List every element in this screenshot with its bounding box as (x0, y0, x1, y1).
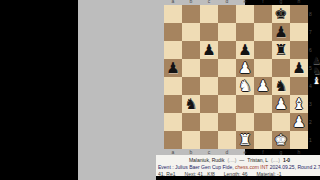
square-h3[interactable]: ♝ (290, 95, 308, 113)
square-b5[interactable] (182, 59, 200, 77)
square-a3[interactable] (164, 95, 182, 113)
square-c2[interactable] (200, 113, 218, 131)
file-label-a: a (164, 0, 182, 4)
white-player-detail: (....) (227, 157, 236, 163)
square-d8[interactable] (218, 5, 236, 23)
square-g7[interactable]: ♟ (272, 23, 290, 41)
square-f7[interactable] (254, 23, 272, 41)
black-pawn-g7[interactable]: ♟ (272, 23, 290, 41)
square-d6[interactable] (218, 41, 236, 59)
black-pawn-e6[interactable]: ♟ (236, 41, 254, 59)
square-a5[interactable]: ♟ (164, 59, 182, 77)
square-d5[interactable] (218, 59, 236, 77)
square-h4[interactable] (290, 77, 308, 95)
square-e8[interactable] (236, 5, 254, 23)
square-g5[interactable] (272, 59, 290, 77)
vs-separator: — (239, 157, 244, 163)
white-pawn-f4[interactable]: ♟ (254, 77, 272, 95)
event-site: chess.com INT (235, 164, 268, 170)
file-label-c: c (200, 0, 218, 4)
square-e2[interactable] (236, 113, 254, 131)
square-a1[interactable] (164, 131, 182, 149)
square-d2[interactable] (218, 113, 236, 131)
square-d4[interactable] (218, 77, 236, 95)
rank-label-2: 2 (309, 113, 317, 131)
black-pawn-c6[interactable]: ♟ (200, 41, 218, 59)
square-e4[interactable]: ♞ (236, 77, 254, 95)
square-b8[interactable] (182, 5, 200, 23)
square-g8[interactable]: ♚ (272, 5, 290, 23)
black-rook-g6[interactable]: ♜ (272, 41, 290, 59)
square-f1[interactable] (254, 131, 272, 149)
square-g3[interactable]: ♟ (272, 95, 290, 113)
file-label-h: h (290, 0, 308, 4)
game-caption: Malaniuk, Rudik (....) — Tristan, L (...… (156, 155, 320, 176)
square-g1[interactable]: ♚ (272, 131, 290, 149)
white-pawn-e5[interactable]: ♟ (236, 59, 254, 77)
square-a4[interactable] (164, 77, 182, 95)
game-result: 1-0 (283, 157, 290, 163)
square-e7[interactable] (236, 23, 254, 41)
rank-label-8: 8 (309, 5, 317, 23)
square-h8[interactable] (290, 5, 308, 23)
square-h7[interactable] (290, 23, 308, 41)
event-name: Event : Julius Baer Gen Cup Fide, (158, 164, 234, 170)
square-f4[interactable]: ♟ (254, 77, 272, 95)
event-date-round: 2024.09.25, Round 2.7 (270, 164, 320, 170)
square-a8[interactable] (164, 5, 182, 23)
square-d7[interactable] (218, 23, 236, 41)
square-a6[interactable] (164, 41, 182, 59)
black-king-g8[interactable]: ♚ (272, 5, 290, 23)
file-label-f: f (254, 0, 272, 4)
rank-label-3: 3 (309, 95, 317, 113)
square-c5[interactable] (200, 59, 218, 77)
chess-board[interactable]: ♚♟♟♟♜♟♟♟♞♟♞♞♟♝♟♜♚ (164, 5, 308, 149)
square-f5[interactable] (254, 59, 272, 77)
white-player-name: Malaniuk, Rudik (189, 157, 225, 163)
black-knight-g4[interactable]: ♞ (272, 77, 290, 95)
square-g2[interactable] (272, 113, 290, 131)
file-label-d: d (218, 0, 236, 4)
square-e5[interactable]: ♟ (236, 59, 254, 77)
square-g4[interactable]: ♞ (272, 77, 290, 95)
square-b7[interactable] (182, 23, 200, 41)
square-g6[interactable]: ♜ (272, 41, 290, 59)
square-f8[interactable] (254, 5, 272, 23)
black-player-detail: (....) (271, 157, 280, 163)
square-c3[interactable] (200, 95, 218, 113)
square-f6[interactable] (254, 41, 272, 59)
file-label-e: e (236, 0, 254, 4)
square-a2[interactable] (164, 113, 182, 131)
square-b6[interactable] (182, 41, 200, 59)
rank-label-1: 1 (309, 131, 317, 149)
black-pawn-a5[interactable]: ♟ (164, 59, 182, 77)
square-d1[interactable] (218, 131, 236, 149)
board-panel: abcdefgh ♚♟♟♟♜♟♟♟♞♟♞♞♟♝♟♜♚ abcdefgh 8765… (78, 0, 245, 180)
square-c6[interactable]: ♟ (200, 41, 218, 59)
square-c4[interactable] (200, 77, 218, 95)
event-line: Event : Julius Baer Gen Cup Fide, chess.… (156, 163, 320, 170)
black-player-name: Tristan, L (247, 157, 268, 163)
white-bishop-h3[interactable]: ♝ (290, 95, 308, 113)
square-b2[interactable] (182, 113, 200, 131)
white-knight-e4[interactable]: ♞ (236, 77, 254, 95)
file-label-b: b (182, 0, 200, 4)
white-pawn-h2[interactable]: ♟ (290, 113, 308, 131)
square-b3[interactable]: ♞ (182, 95, 200, 113)
black-pawn-h5[interactable]: ♟ (290, 59, 308, 77)
black-knight-b3[interactable]: ♞ (182, 95, 200, 113)
square-h1[interactable] (290, 131, 308, 149)
square-e6[interactable]: ♟ (236, 41, 254, 59)
square-h2[interactable]: ♟ (290, 113, 308, 131)
rank-label-7: 7 (309, 23, 317, 41)
square-d3[interactable] (218, 95, 236, 113)
square-c8[interactable] (200, 5, 218, 23)
square-f3[interactable] (254, 95, 272, 113)
file-labels-top: abcdefgh (164, 0, 308, 4)
square-e1[interactable]: ♜ (236, 131, 254, 149)
square-c1[interactable] (200, 131, 218, 149)
file-label-g: g (272, 0, 290, 4)
white-bishop-icon: ♝ (311, 76, 320, 86)
square-b4[interactable] (182, 77, 200, 95)
bottom-frame (156, 176, 320, 180)
square-f2[interactable] (254, 113, 272, 131)
white-king-g1[interactable]: ♚ (272, 131, 290, 149)
material-tray: ♟♞♝ (311, 56, 320, 86)
white-rook-e1[interactable]: ♜ (236, 131, 254, 149)
square-b1[interactable] (182, 131, 200, 149)
square-h5[interactable]: ♟ (290, 59, 308, 77)
players-line: Malaniuk, Rudik (....) — Tristan, L (...… (156, 155, 320, 163)
square-c7[interactable] (200, 23, 218, 41)
square-h6[interactable] (290, 41, 308, 59)
square-e3[interactable] (236, 95, 254, 113)
white-pawn-g3[interactable]: ♟ (272, 95, 290, 113)
square-a7[interactable] (164, 23, 182, 41)
